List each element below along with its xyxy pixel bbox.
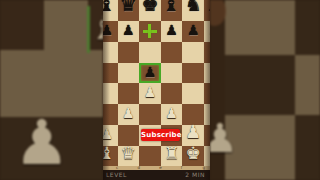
square-e1[interactable] [139,146,161,167]
square-c8[interactable]: ♝ [103,0,118,21]
bg-square [44,0,88,50]
black-pawn-h7: ♟ [204,23,210,37]
file-coordinate-c: c [116,166,118,170]
bg-white-pawn: ♟ [14,112,70,174]
square-g6[interactable] [182,42,204,63]
bg-square [295,115,320,180]
white-pawn-g2: ♟ [182,123,204,141]
file-coordinate-d: d [138,166,141,170]
square-e8[interactable]: ♚ [139,0,161,21]
square-h5[interactable] [204,63,210,84]
square-d5[interactable] [118,63,140,84]
square-f8[interactable]: ♝ [161,0,183,21]
square-h2[interactable]: ♟ [204,125,210,146]
black-bishop-c8: ♝ [103,0,118,14]
app-bottom-bar: LEVEL 2 MIN [103,170,210,180]
square-f3[interactable]: ♟ [161,104,183,125]
white-pawn-h2: ♟ [204,127,210,141]
square-d1[interactable]: ♛ [118,146,140,167]
square-f4[interactable] [161,83,183,104]
bg-white-piece-fragment: ♟ [210,118,238,158]
square-h3[interactable] [204,104,210,125]
chess-app-screen: ♝♛♚♝♞♜♟♟♟♟♟♟♟♟♟♟♟♟♝♛♜♚ cdefg LEVEL 2 MIN… [103,0,210,180]
black-pawn-f7: ♟ [161,23,183,37]
black-pawn-d7: ♟ [118,23,140,37]
square-d7[interactable]: ♟ [118,21,140,42]
square-h1[interactable] [204,146,210,167]
square-c5[interactable] [103,63,118,84]
white-pawn-d3: ♟ [118,106,140,120]
square-f1[interactable]: ♜ [161,146,183,167]
square-g2[interactable]: ♟ [182,125,204,146]
square-e3[interactable] [139,104,161,125]
square-c4[interactable] [103,83,118,104]
square-g7[interactable]: ♟ [182,21,204,42]
white-pawn-c2: ♟ [103,127,118,141]
square-e5[interactable]: ♟ [139,63,161,84]
white-rook-f1: ♜ [161,145,183,162]
bg-square [225,55,295,115]
last-move-origin-cross [143,24,157,38]
black-queen-d8: ♛ [118,0,140,14]
square-g4[interactable] [182,83,204,104]
black-rook-h8: ♜ [204,0,210,14]
white-pawn-f3: ♟ [161,106,183,120]
background-right-panel: ♟ [210,0,320,180]
bg-square [225,0,295,55]
square-g5[interactable] [182,63,204,84]
square-h4[interactable] [204,83,210,104]
square-g3[interactable] [182,104,204,125]
timer-label: 2 MIN [185,170,205,180]
square-c1[interactable]: ♝ [103,146,118,167]
square-d6[interactable] [118,42,140,63]
square-f5[interactable] [161,63,183,84]
chess-board[interactable]: ♝♛♚♝♞♜♟♟♟♟♟♟♟♟♟♟♟♟♝♛♜♚ [103,0,210,167]
black-pawn-g7: ♟ [182,23,204,37]
level-label: LEVEL [106,170,127,180]
bg-smudge [210,0,226,26]
square-g1[interactable]: ♚ [182,146,204,167]
white-king-g1: ♚ [182,145,204,162]
square-d4[interactable] [118,83,140,104]
square-h7[interactable]: ♟ [204,21,210,42]
square-h8[interactable]: ♜ [204,0,210,21]
black-king-e8: ♚ [139,0,161,14]
square-c3[interactable] [103,104,118,125]
black-knight-g8: ♞ [182,0,204,14]
file-coordinate-f: f [181,166,182,170]
file-coordinate-e: e [159,166,161,170]
square-e4[interactable]: ♟ [139,83,161,104]
square-d3[interactable]: ♟ [118,104,140,125]
black-pawn-e5: ♟ [139,65,161,79]
subscribe-button[interactable]: Subscribe [141,129,180,141]
square-d8[interactable]: ♛ [118,0,140,21]
black-pawn-c7: ♟ [103,23,118,37]
bg-square [295,0,320,55]
background-left-panel: ♝ ♟ [0,0,103,180]
square-c7[interactable]: ♟ [103,21,118,42]
bg-square [295,55,320,115]
square-f7[interactable]: ♟ [161,21,183,42]
file-coordinate-g: g [202,166,205,170]
square-f6[interactable] [161,42,183,63]
white-pawn-e4: ♟ [139,85,161,99]
square-c6[interactable] [103,42,118,63]
black-bishop-f8: ♝ [161,0,183,14]
square-c2[interactable]: ♟ [103,125,118,146]
square-h6[interactable] [204,42,210,63]
white-queen-d1: ♛ [118,145,140,162]
bg-white-piece-fragment: ♝ [90,10,103,44]
square-d2[interactable] [118,125,140,146]
square-g8[interactable]: ♞ [182,0,204,21]
white-bishop-c1: ♝ [103,145,118,162]
video-frame: ♝ ♟ ♟ ♝♛♚♝♞♜♟♟♟♟♟♟♟♟♟♟♟♟♝♛♜♚ cdefg LEVEL… [0,0,320,180]
square-e6[interactable] [139,42,161,63]
square-e7[interactable] [139,21,161,42]
